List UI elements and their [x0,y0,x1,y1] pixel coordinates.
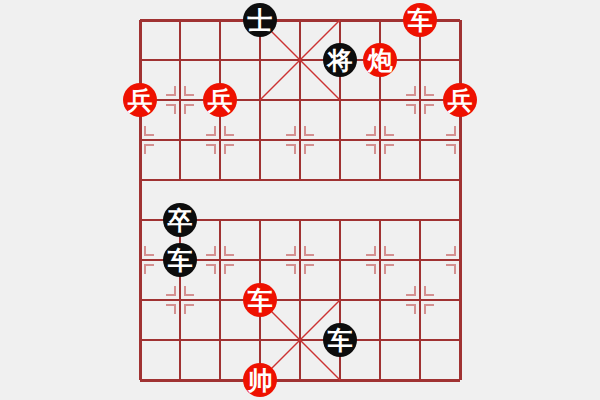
piece-glyph: 卒 [168,208,193,233]
black-advisor[interactable]: 士 [243,3,277,37]
piece-glyph: 兵 [128,88,153,113]
piece-glyph: 车 [168,248,193,273]
red-chariot[interactable]: 车 [403,3,437,37]
black-chariot[interactable]: 车 [163,243,197,277]
red-pawn[interactable]: 兵 [123,83,157,117]
piece-glyph: 炮 [368,48,393,73]
black-pawn[interactable]: 卒 [163,203,197,237]
black-chariot[interactable]: 车 [323,323,357,357]
piece-glyph: 兵 [208,88,233,113]
red-general[interactable]: 帅 [243,363,277,397]
piece-glyph: 士 [248,8,273,33]
piece-glyph: 兵 [448,88,473,113]
xiangqi-app-canvas: 士车将炮兵兵兵卒车车车帅 [0,0,600,400]
red-cannon[interactable]: 炮 [363,43,397,77]
red-pawn[interactable]: 兵 [203,83,237,117]
red-pawn[interactable]: 兵 [443,83,477,117]
piece-glyph: 车 [248,288,273,313]
piece-glyph: 车 [408,8,433,33]
red-chariot[interactable]: 车 [243,283,277,317]
piece-layer: 士车将炮兵兵兵卒车车车帅 [0,0,600,400]
black-general[interactable]: 将 [323,43,357,77]
piece-glyph: 将 [328,48,353,73]
piece-glyph: 帅 [248,368,273,393]
piece-glyph: 车 [328,328,353,353]
